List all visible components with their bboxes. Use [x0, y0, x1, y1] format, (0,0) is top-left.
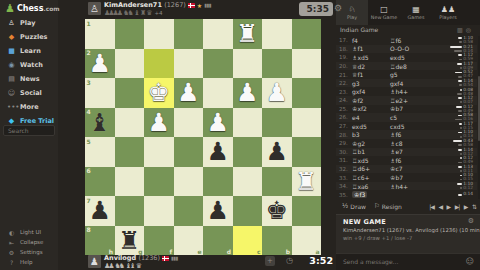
time-bar-black [458, 110, 462, 112]
move-row: 18.♗f1O-O-O0:210:14 [336, 45, 477, 54]
black-pawn-d7[interactable]: ♟ [203, 196, 233, 226]
back-icon[interactable]: ◀ [438, 203, 442, 210]
sidebar-item-label: Free Trial [20, 117, 54, 125]
board-settings-gear-icon[interactable]: ⚙ [334, 3, 342, 13]
black-move[interactable]: ♖de8 [390, 63, 432, 70]
new-game-matchup: KimAndersen71 (1267) vs. Anvilogd (1236)… [343, 227, 480, 233]
play-tab-knight-icon: ♘ [348, 5, 355, 14]
square-f5[interactable] [144, 137, 174, 167]
sidebar-footer-collapse[interactable]: ⇤Collapse [0, 237, 58, 247]
rank-label-8: 8 [87, 226, 91, 233]
white-pawn-d4[interactable]: ♟ [203, 108, 233, 138]
square-g4[interactable] [115, 108, 145, 138]
give-time-icon[interactable]: + [265, 256, 275, 266]
tab-label: Games [408, 15, 425, 20]
white-move[interactable]: ♔g2 [352, 140, 390, 147]
play-pawn-icon: ♙ [7, 19, 16, 27]
new-game-board-icon: □ [380, 5, 388, 14]
rank-label-6: 6 [87, 167, 91, 174]
square-a7[interactable] [292, 196, 322, 226]
time-bar-white [457, 183, 462, 185]
top-player-star-icon: ★ [197, 3, 202, 8]
tab-new-game[interactable]: □New Game [368, 0, 400, 25]
time-bar-black [460, 170, 462, 172]
square-b8[interactable]: b [262, 226, 292, 256]
sidebar-item-label: News [20, 75, 40, 83]
top-player-avatar[interactable]: ♙ [88, 2, 101, 15]
rank-label-4: 4 [87, 108, 91, 115]
settings-gear-icon: ⚙ [7, 249, 16, 256]
move-row: 30.♖b1♗e71:140:12 [336, 148, 477, 157]
time-bar-black [460, 153, 462, 155]
move-times: 0:14 [432, 193, 477, 197]
white-pawn-f4[interactable]: ♟ [144, 108, 174, 138]
square-c1[interactable]: ♜ [233, 19, 263, 49]
time-bar-white [458, 166, 462, 168]
move-number: 23. [339, 89, 352, 95]
square-e5[interactable] [174, 137, 204, 167]
chess-com-logo[interactable]: ♟ Chess.com [5, 3, 60, 14]
black-move[interactable]: ♗h4+ [390, 183, 432, 190]
sidebar-item-play[interactable]: ♙Play [0, 16, 58, 30]
time-bar-white [460, 89, 462, 91]
game-controls: ½ Draw ⚐ Resign |◀◀▶▶|▶⇅ [336, 200, 480, 212]
time-bar-white [458, 194, 462, 196]
white-move[interactable]: ♖xa6 [352, 183, 390, 190]
move-number: 18. [339, 46, 352, 52]
white-move[interactable]: e4 [352, 114, 390, 121]
opening-row: Indian Game ▥◎ [336, 25, 480, 35]
message-bar: Send a message... ☺ [336, 253, 480, 270]
white-rook-a6[interactable]: ♜ [292, 167, 322, 197]
sidebar-nav: ♙Play◆Puzzles■Learn◉Watch▤News☺Social•••… [0, 16, 58, 128]
top-player-flag-icon [188, 3, 195, 8]
square-f2[interactable] [144, 49, 174, 79]
white-move[interactable]: ♔xf2 [352, 105, 390, 112]
time-bar-black [454, 50, 462, 52]
square-b4[interactable] [262, 108, 292, 138]
white-move[interactable]: ♗f1 [352, 45, 390, 52]
square-d4[interactable]: ♟ [203, 108, 233, 138]
white-move[interactable]: ♖b1 [352, 148, 390, 155]
square-d3[interactable] [203, 78, 233, 108]
time-bar-white [458, 132, 462, 134]
white-move[interactable]: exd5 [352, 123, 390, 130]
flip-board-icon[interactable]: ⇅ [472, 203, 476, 210]
sidebar-footer-label: Settings [20, 249, 43, 255]
logo-suffix: .com [43, 5, 59, 12]
move-times: 1:100:12 [432, 182, 477, 190]
black-move[interactable]: ♖f6 [390, 37, 432, 44]
square-h2[interactable]: ♟2 [85, 49, 115, 79]
bottom-player-flair-icon: ▮▮▮ [171, 256, 178, 261]
move-number: 24. [339, 97, 352, 103]
time-bar-black [460, 136, 462, 138]
time-bar-black [460, 127, 462, 129]
time-bar-white [458, 54, 462, 56]
move-number: 20. [339, 63, 352, 69]
square-a6[interactable]: ♜ [292, 167, 322, 197]
black-move[interactable]: gxf4 [390, 80, 432, 87]
time-bar-white [453, 140, 462, 142]
forward-icon[interactable]: ▶ [447, 203, 451, 210]
top-player-name[interactable]: KimAndersen71 (1267)★▮▮▮ [104, 1, 211, 9]
sidebar-item-label: Puzzles [20, 33, 47, 41]
white-move[interactable]: ♗xd5 [352, 54, 390, 61]
collapse-icon: ⇤ [7, 239, 16, 246]
square-g6[interactable] [115, 167, 145, 197]
move-number: 33. [339, 175, 352, 181]
bottom-player-clock: 3:52 [297, 254, 333, 268]
square-e6[interactable] [174, 167, 204, 197]
black-move[interactable]: c5 [390, 114, 432, 121]
sidebar-item-social[interactable]: ☺Social [0, 86, 58, 100]
black-move[interactable]: ♗e7 [390, 148, 432, 155]
move-row: 27.exd5cxd51:170:15 [336, 122, 477, 131]
square-h1[interactable]: 1 [85, 19, 115, 49]
time-bar-black [460, 101, 462, 103]
top-player-bar: ♙ KimAndersen71 (1267)★▮▮▮ ♟♟♟♟♞♞♝♜♛+4 5… [86, 0, 335, 19]
free-trial-gem-icon: ◆ [7, 117, 16, 125]
sidebar-item-label: Play [20, 19, 35, 27]
bottom-captured-pieces: ♟♟♞♞♝♝♛ [104, 262, 140, 270]
captured-piece-group: ♞♞ [123, 9, 132, 17]
black-move[interactable]: ♔b7 [390, 105, 432, 112]
white-rook-c1[interactable]: ♜ [233, 19, 263, 49]
sidebar-item-learn[interactable]: ■Learn [0, 44, 58, 58]
square-d2[interactable] [203, 49, 233, 79]
sidebar: ♟ Chess.com ♙Play◆Puzzles■Learn◉Watch▤Ne… [0, 0, 58, 270]
sidebar-item-label: More [20, 103, 39, 111]
black-move[interactable]: ♔c7 [390, 165, 432, 172]
captured-piece-group: ♞♞ [115, 262, 124, 270]
sidebar-footer-settings[interactable]: ⚙Settings [0, 247, 58, 257]
square-g1[interactable] [115, 19, 145, 49]
sidebar-footer-label: Help [20, 259, 33, 265]
white-pawn-c3[interactable]: ♟ [233, 78, 263, 108]
square-d6[interactable] [203, 167, 233, 197]
square-d8[interactable]: d [203, 226, 233, 256]
white-move[interactable]: ♕d2 [352, 63, 390, 70]
square-g7[interactable] [115, 196, 145, 226]
move-number: 34. [339, 183, 352, 189]
black-pawn-b5[interactable]: ♟ [262, 137, 292, 167]
square-b6[interactable] [262, 167, 292, 197]
time-bar-black [455, 119, 462, 121]
captured-piece-group: ♟♟ [104, 262, 113, 270]
square-d7[interactable]: ♟ [203, 196, 233, 226]
time-bar-white [450, 46, 462, 48]
time-text: 0:12 [463, 186, 473, 190]
black-move[interactable]: O-O-O [390, 45, 432, 52]
square-d1[interactable] [203, 19, 233, 49]
sidebar-item-puzzles[interactable]: ◆Puzzles [0, 30, 58, 44]
new-game-title: NEW GAME [343, 218, 386, 226]
square-h7[interactable]: ♟7 [85, 196, 115, 226]
white-king-f3[interactable]: ♚ [144, 78, 174, 108]
more-icon: ••• [7, 103, 16, 111]
sidebar-footer-help[interactable]: ?Help [0, 257, 58, 267]
white-move[interactable]: gxf4 [352, 88, 390, 95]
move-row: 35.♔f30:14 [336, 190, 477, 199]
black-move[interactable]: g5 [390, 71, 432, 78]
move-row: 32.♖d6+♔c71:130:11 [336, 165, 477, 174]
time-bar-black [460, 179, 462, 181]
tab-label: New Game [371, 15, 397, 20]
white-pawn-b3[interactable]: ♟ [262, 78, 292, 108]
move-number: 21. [339, 72, 352, 78]
white-move[interactable]: b3 [352, 131, 390, 138]
captured-piece-group: ♟♟♟♟ [104, 9, 121, 17]
move-number: 31. [339, 157, 352, 163]
square-c5[interactable] [233, 137, 263, 167]
move-number: 32. [339, 166, 352, 172]
black-move-time: 0:12 [460, 186, 473, 190]
search-input[interactable]: Search [3, 125, 55, 136]
move-row: 21.♕f1g50:520:47 [336, 70, 477, 79]
time-bar-black [458, 162, 462, 164]
move-row: 34.♖xa6♗h4+1:100:12 [336, 182, 477, 191]
move-times: 1:100:58 [432, 36, 477, 44]
sidebar-footer-light-ui[interactable]: ◐Light UI [0, 227, 58, 237]
sidebar-item-news[interactable]: ▤News [0, 72, 58, 86]
time-bar-white [458, 37, 462, 39]
black-king-b7[interactable]: ♚ [262, 196, 292, 226]
news-icon: ▤ [7, 75, 16, 83]
time-bar-white [458, 149, 462, 151]
top-captured-pieces: ♟♟♟♟♞♞♝♜♛+4 [104, 9, 163, 17]
rank-label-7: 7 [87, 197, 91, 204]
panel-tabs: ♘Play□New Game▦Games♟♟Players [336, 0, 480, 25]
move-row: 33.♖c6+♔b70:100:15 [336, 173, 477, 182]
square-c7[interactable] [233, 196, 263, 226]
time-bar-white [455, 72, 462, 74]
time-bar-white [458, 80, 462, 82]
white-move[interactable]: ♖c6+ [352, 174, 390, 181]
move-number: 25. [339, 106, 352, 112]
white-move[interactable]: ♔f3 [352, 191, 390, 198]
time-bar-white [460, 157, 462, 159]
square-g2[interactable] [115, 49, 145, 79]
square-b2[interactable] [262, 49, 292, 79]
square-b1[interactable] [262, 19, 292, 49]
move-number: 26. [339, 114, 352, 120]
move-row: 25.♔xf2♔b70:120:49 [336, 105, 477, 114]
square-f1[interactable] [144, 19, 174, 49]
help-icon: ? [7, 259, 16, 266]
move-number: 19. [339, 54, 352, 60]
square-e8[interactable]: e [174, 226, 204, 256]
square-f7[interactable] [144, 196, 174, 226]
top-player-clock: 5:35 [299, 2, 333, 16]
square-c4[interactable] [233, 108, 263, 138]
move-row: 28.b3♗f61:100:13 [336, 130, 477, 139]
square-a4[interactable] [292, 108, 322, 138]
square-f4[interactable]: ♟ [144, 108, 174, 138]
tab-games[interactable]: ▦Games [400, 0, 432, 25]
square-e7[interactable] [174, 196, 204, 226]
white-move[interactable]: ♖d6+ [352, 165, 390, 172]
square-h3[interactable]: 3 [85, 78, 115, 108]
square-b5[interactable]: ♟ [262, 137, 292, 167]
move-row: 23.gxf4♗h4+0:080:48 [336, 87, 477, 96]
rank-label-5: 5 [87, 138, 91, 145]
square-d5[interactable]: ♟ [203, 137, 233, 167]
message-input[interactable]: Send a message... [343, 258, 398, 265]
new-game-panel: NEW GAME ⚙ KimAndersen71 (1267) vs. Anvi… [336, 214, 480, 253]
move-list: 17.f4♖f61:100:5818.♗f1O-O-O0:210:1419.♗x… [336, 36, 477, 199]
move-times: 1:140:54 [432, 79, 477, 87]
time-bar-white [460, 175, 462, 177]
time-bar-white [458, 97, 462, 99]
social-icon: ☺ [7, 89, 16, 97]
tab-players[interactable]: ♟♟Players [432, 0, 464, 25]
move-number: 29. [339, 140, 352, 146]
white-pawn-e3[interactable]: ♟ [174, 78, 204, 108]
bottom-player-avatar[interactable]: ♟ [88, 255, 101, 268]
white-move[interactable]: ♖xd5 [352, 157, 390, 164]
square-a2[interactable] [292, 49, 322, 79]
square-h5[interactable]: 5 [85, 137, 115, 167]
square-a3[interactable] [292, 78, 322, 108]
black-move[interactable]: ♗c8 [390, 140, 432, 147]
smiley-icon[interactable]: ☺ [466, 257, 474, 266]
square-a8[interactable]: a [292, 226, 322, 256]
square-h6[interactable]: 6 [85, 167, 115, 197]
time-bar-white [459, 123, 462, 125]
square-h4[interactable]: ♝4 [85, 108, 115, 138]
jump-start-icon[interactable]: |◀ [429, 203, 434, 210]
square-e4[interactable] [174, 108, 204, 138]
sidebar-item-label: Learn [20, 47, 41, 55]
black-move[interactable]: ♖e2+ [390, 97, 432, 104]
square-e1[interactable] [174, 19, 204, 49]
learn-icon: ■ [7, 47, 16, 55]
square-b7[interactable]: ♚ [262, 196, 292, 226]
move-row: 26.e4c50:580:16 [336, 113, 477, 122]
move-row: 19.♗xd5exd51:120:59 [336, 53, 477, 62]
black-move[interactable]: cxd5 [390, 123, 432, 130]
square-f8[interactable]: f [144, 226, 174, 256]
right-panel: ♘Play□New Game▦Games♟♟Players Indian Gam… [336, 0, 480, 270]
move-row: 20.♕d2♖de81:170:09 [336, 62, 477, 71]
captured-piece-group: ♝ [134, 9, 138, 17]
square-e3[interactable]: ♟ [174, 78, 204, 108]
square-a1[interactable] [292, 19, 322, 49]
opening-name[interactable]: Indian Game [340, 26, 378, 33]
time-bar-black [460, 187, 462, 189]
square-g8[interactable]: ♜g [115, 226, 145, 256]
time-bar-black [459, 41, 462, 43]
sidebar-item-watch[interactable]: ◉Watch [0, 58, 58, 72]
white-move[interactable]: g3 [352, 80, 390, 87]
square-h8[interactable]: 8h [85, 226, 115, 256]
move-row: 17.f4♖f61:100:58 [336, 36, 477, 45]
logo-pawn-icon: ♟ [5, 3, 15, 14]
move-row: 22.g3gxf41:140:54 [336, 79, 477, 88]
resign-flag-icon: ⚐ [374, 202, 380, 210]
time-bar-black [460, 67, 462, 69]
white-move[interactable]: f4 [352, 37, 390, 44]
square-f3[interactable]: ♚ [144, 78, 174, 108]
square-c3[interactable]: ♟ [233, 78, 263, 108]
white-move[interactable]: ♕f1 [352, 71, 390, 78]
sidebar-item-label: Watch [20, 61, 43, 69]
square-f6[interactable] [144, 167, 174, 197]
square-a5[interactable] [292, 137, 322, 167]
move-times: 0:430:58 [432, 139, 477, 147]
black-move[interactable]: exd5 [390, 54, 432, 61]
captured-piece-group: ♜ [140, 9, 144, 17]
time-bar-black [457, 93, 462, 95]
new-game-odds: win +9 / draw +1 / lose -7 [343, 235, 412, 241]
bottom-player-flag-icon [162, 256, 169, 261]
black-pawn-d5[interactable]: ♟ [203, 137, 233, 167]
players-icon: ♟♟ [441, 5, 455, 14]
move-number: 22. [339, 80, 352, 86]
square-c6[interactable] [233, 167, 263, 197]
sidebar-item-more[interactable]: •••More [0, 100, 58, 114]
current-move: ♔f3 [352, 191, 367, 198]
sidebar-footer-label: Collapse [20, 239, 43, 245]
square-c8[interactable]: c [233, 226, 263, 256]
black-move[interactable]: ♗f6 [390, 157, 432, 164]
tab-label: Play [347, 15, 357, 20]
top-player-flair-icon: ▮▮▮ [204, 3, 211, 8]
resign-button[interactable]: ⚐ Resign [374, 202, 402, 210]
time-bar-white [456, 106, 462, 108]
play-icon[interactable]: ▶ [464, 203, 468, 210]
rank-label-2: 2 [87, 49, 91, 56]
logo-text: Chess [17, 4, 44, 13]
games-grid-icon: ▦ [412, 5, 420, 14]
black-move[interactable]: ♗f6 [390, 131, 432, 138]
bottom-player-rating: (1236) [138, 254, 160, 262]
time-bar-black [459, 59, 462, 61]
square-e2[interactable] [174, 49, 204, 79]
bottom-player-name[interactable]: Anvilogd (1236)▮▮▮ [104, 254, 178, 262]
captured-piece-group: ♛ [136, 262, 140, 270]
captured-piece-group: ♝♝ [125, 262, 134, 270]
square-b3[interactable]: ♟ [262, 78, 292, 108]
time-text: 0:14 [463, 192, 473, 196]
light-ui-icon: ◐ [7, 229, 16, 236]
jump-end-icon[interactable]: ▶| [455, 203, 460, 210]
rank-label-3: 3 [87, 79, 91, 86]
black-move[interactable]: ♗h4+ [390, 88, 432, 95]
top-player-rating: (1267) [164, 1, 186, 9]
white-move-time: 0:14 [458, 193, 473, 197]
square-c2[interactable] [233, 49, 263, 79]
time-bar-black [458, 76, 462, 78]
sidebar-footer-label: Light UI [20, 229, 41, 235]
time-bar-black [458, 144, 462, 146]
chess-board: 1♜♟23♚♟♟♟♝4♟♟5♟♟6♜♟7♟♚8h♜gfedcba [85, 19, 321, 255]
square-g5[interactable] [115, 137, 145, 167]
puzzles-icon: ◆ [7, 33, 16, 41]
square-g3[interactable] [115, 78, 145, 108]
draw-button[interactable]: ½ Draw [342, 202, 366, 210]
white-move[interactable]: ♔f2 [352, 97, 390, 104]
black-move[interactable]: ♔b7 [390, 174, 432, 181]
opening-icons[interactable]: ▥◎ [457, 26, 474, 33]
new-game-gear-icon[interactable]: ⚙ [468, 217, 474, 225]
playback-controls: |◀◀▶▶|▶⇅ [429, 200, 476, 212]
move-row: 29.♔g2♗c80:430:58 [336, 139, 477, 148]
time-bar-black [459, 84, 462, 86]
watch-icon: ◉ [7, 61, 16, 69]
chess-com-app: ♟ Chess.com ♙Play◆Puzzles■Learn◉Watch▤Ne… [0, 0, 480, 270]
